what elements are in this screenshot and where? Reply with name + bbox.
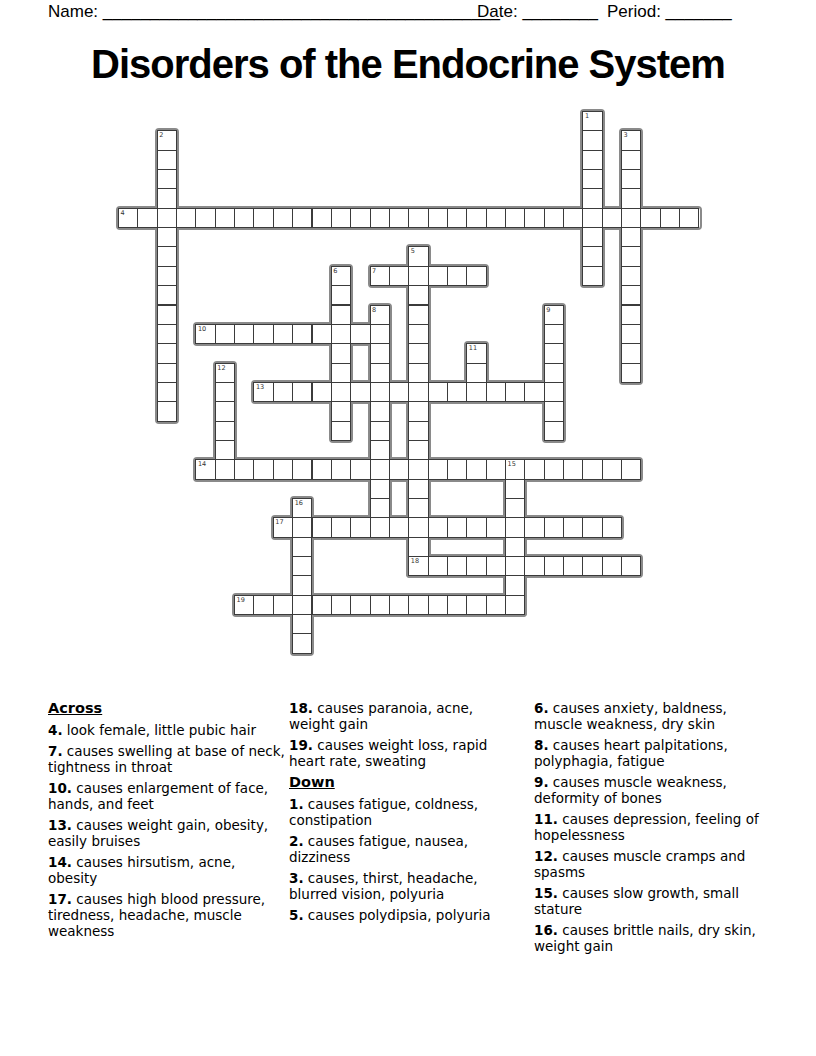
grid-cell-r11c15[interactable] [408,324,428,344]
clue-16: 16. causes brittle nails, dry skin, weig… [534,922,776,954]
clue-15: 15. causes slow growth, small stature [534,885,776,917]
grid-cell-r15c2[interactable] [157,401,177,421]
grid-cell-r12c2[interactable] [157,343,177,363]
grid-cell-r18c15[interactable] [408,459,428,479]
grid-cell-r22c15[interactable] [408,537,428,557]
grid-cell-r21c15[interactable] [408,517,428,537]
clue-number-label: 2. [289,833,304,849]
grid-cell-r6c24[interactable] [582,227,602,247]
grid-cell-r5c22[interactable] [544,208,564,228]
grid-cell-r11c9[interactable] [292,324,312,344]
grid-cell-r6c2[interactable] [157,227,177,247]
period-blank-line: _______ [666,2,732,21]
grid-cell-r4c2[interactable] [157,188,177,208]
grid-cell-r18c19[interactable] [486,459,506,479]
grid-cell-r23c25[interactable] [602,556,622,576]
grid-cell-r21c22[interactable] [544,517,564,537]
grid-cell-r23c21[interactable] [524,556,544,576]
grid-cell-r21c19[interactable] [486,517,506,537]
grid-cell-r14c15[interactable] [408,382,428,402]
clue-column-1: Across4. look female, little pubic hair7… [48,700,285,944]
clue-number: 12 [217,364,225,372]
date-field: Date: ________ [477,2,598,22]
clue-number: 3 [624,131,628,139]
grid-cell-r8c13[interactable]: 7 [370,266,390,286]
grid-cell-r16c5[interactable] [215,421,235,441]
grid-cell-r22c9[interactable] [292,537,312,557]
grid-cell-r5c10[interactable] [312,208,332,228]
grid-cell-r18c22[interactable] [544,459,564,479]
grid-cell-r5c6[interactable] [234,208,254,228]
grid-cell-r12c22[interactable] [544,343,564,363]
grid-cell-r13c11[interactable] [331,363,351,383]
grid-cell-r21c23[interactable] [563,517,583,537]
grid-cell-r8c14[interactable] [389,266,409,286]
grid-cell-r25c10[interactable] [312,595,332,615]
grid-cell-r8c15[interactable] [408,266,428,286]
grid-cell-r11c11[interactable] [331,324,351,344]
grid-cell-r9c11[interactable] [331,285,351,305]
clue-number-label: 19. [289,737,313,753]
grid-cell-r13c2[interactable] [157,363,177,383]
grid-cell-r5c9[interactable] [292,208,312,228]
grid-cell-r25c16[interactable] [428,595,448,615]
grid-cell-r5c23[interactable] [563,208,583,228]
grid-cell-r11c10[interactable] [312,324,332,344]
grid-cell-r14c9[interactable] [292,382,312,402]
grid-cell-r5c15[interactable] [408,208,428,228]
grid-cell-r18c20[interactable]: 15 [505,459,525,479]
grid-cell-r18c8[interactable] [273,459,293,479]
grid-cell-r6c26[interactable] [621,227,641,247]
grid-cell-r14c19[interactable] [486,382,506,402]
grid-cell-r3c26[interactable] [621,169,641,189]
grid-cell-r20c9[interactable]: 16 [292,498,312,518]
grid-cell-r11c2[interactable] [157,324,177,344]
grid-cell-r14c14[interactable] [389,382,409,402]
clue-number-label: 17. [48,891,72,907]
grid-cell-r10c15[interactable] [408,305,428,325]
clue-column-3: 6. causes anxiety, baldness, muscle weak… [534,700,776,959]
clue-7: 7. causes swelling at base of neck, tigh… [48,743,285,775]
grid-cell-r8c2[interactable] [157,266,177,286]
grid-cell-r1c2[interactable]: 2 [157,130,177,150]
grid-cell-r13c15[interactable] [408,363,428,383]
grid-cell-r18c26[interactable] [621,459,641,479]
grid-cell-r14c22[interactable] [544,382,564,402]
name-field: Name: __________________________________… [48,2,500,22]
clue-number: 9 [546,306,550,314]
grid-cell-r0c24[interactable]: 1 [582,111,602,131]
grid-cell-r18c6[interactable] [234,459,254,479]
grid-cell-r25c7[interactable] [253,595,273,615]
clue-12: 12. causes muscle cramps and spasms [534,848,776,880]
grid-cell-r23c17[interactable] [447,556,467,576]
grid-cell-r18c17[interactable] [447,459,467,479]
grid-cell-r18c7[interactable] [253,459,273,479]
clue-number: 15 [508,460,516,468]
grid-cell-r5c20[interactable] [505,208,525,228]
clue-number: 7 [372,267,376,275]
grid-cell-r18c14[interactable] [389,459,409,479]
grid-cell-r14c5[interactable] [215,382,235,402]
grid-cell-r23c26[interactable] [621,556,641,576]
clue-number-label: 18. [289,700,313,716]
grid-cell-r18c24[interactable] [582,459,602,479]
clue-17: 17. causes high blood pressure, tirednes… [48,891,285,939]
grid-cell-r14c12[interactable] [350,382,370,402]
grid-cell-r8c26[interactable] [621,266,641,286]
clue-18: 18. causes paranoia, acne, weight gain [289,700,522,732]
grid-cell-r1c24[interactable] [582,130,602,150]
grid-cell-r19c13[interactable] [370,479,390,499]
grid-cell-r21c8[interactable]: 17 [273,517,293,537]
grid-cell-r11c8[interactable] [273,324,293,344]
grid-cell-r14c8[interactable] [273,382,293,402]
grid-cell-r21c21[interactable] [524,517,544,537]
clue-number: 17 [275,518,283,526]
grid-cell-r5c27[interactable] [640,208,660,228]
grid-cell-r5c12[interactable] [350,208,370,228]
grid-cell-r12c15[interactable] [408,343,428,363]
clue-2: 2. causes fatigue, nausea, dizziness [289,833,522,865]
grid-cell-r21c18[interactable] [466,517,486,537]
grid-cell-r12c18[interactable]: 11 [466,343,486,363]
grid-cell-r5c13[interactable] [370,208,390,228]
clue-number-label: 16. [534,922,558,938]
grid-cell-r18c4[interactable]: 14 [195,459,215,479]
grid-cell-r25c12[interactable] [350,595,370,615]
grid-cell-r5c29[interactable] [679,208,699,228]
grid-cell-r14c21[interactable] [524,382,544,402]
grid-cell-r18c11[interactable] [331,459,351,479]
clue-number: 6 [333,267,337,275]
grid-cell-r8c11[interactable]: 6 [331,266,351,286]
grid-cell-r5c21[interactable] [524,208,544,228]
grid-cell-r18c25[interactable] [602,459,622,479]
grid-cell-r21c25[interactable] [602,517,622,537]
grid-cell-r22c20[interactable] [505,537,525,557]
clue-number: 16 [295,499,303,507]
grid-cell-r23c24[interactable] [582,556,602,576]
grid-cell-r25c11[interactable] [331,595,351,615]
name-label: Name: [48,2,98,21]
grid-cell-r21c10[interactable] [312,517,332,537]
grid-cell-r11c7[interactable] [253,324,273,344]
grid-cell-r18c16[interactable] [428,459,448,479]
grid-cell-r5c1[interactable] [137,208,157,228]
grid-cell-r8c24[interactable] [582,266,602,286]
grid-cell-r14c13[interactable] [370,382,390,402]
grid-cell-r5c14[interactable] [389,208,409,228]
clue-number: 19 [237,596,245,604]
grid-cell-r7c15[interactable]: 5 [408,246,428,266]
grid-cell-r16c11[interactable] [331,421,351,441]
grid-cell-r19c20[interactable] [505,479,525,499]
grid-cell-r12c26[interactable] [621,343,641,363]
clue-number-label: 13. [48,817,72,833]
grid-cell-r11c26[interactable] [621,324,641,344]
grid-cell-r18c9[interactable] [292,459,312,479]
grid-cell-r14c11[interactable] [331,382,351,402]
grid-cell-r15c22[interactable] [544,401,564,421]
grid-cell-r23c18[interactable] [466,556,486,576]
grid-cell-r14c7[interactable]: 13 [253,382,273,402]
grid-cell-r10c26[interactable] [621,305,641,325]
grid-cell-r4c26[interactable] [621,188,641,208]
grid-cell-r21c13[interactable] [370,517,390,537]
grid-cell-r8c18[interactable] [466,266,486,286]
grid-cell-r25c19[interactable] [486,595,506,615]
grid-cell-r10c11[interactable] [331,305,351,325]
grid-cell-r14c20[interactable] [505,382,525,402]
grid-cell-r14c17[interactable] [447,382,467,402]
grid-cell-r18c23[interactable] [563,459,583,479]
grid-cell-r5c2[interactable] [157,208,177,228]
grid-cell-r9c15[interactable] [408,285,428,305]
clue-number-label: 1. [289,796,304,812]
date-blank-line: ________ [522,2,598,21]
grid-cell-r12c11[interactable] [331,343,351,363]
clue-number: 13 [256,383,264,391]
grid-cell-r8c16[interactable] [428,266,448,286]
grid-cell-r24c9[interactable] [292,575,312,595]
grid-cell-r5c8[interactable] [273,208,293,228]
clue-number: 8 [372,306,376,314]
clue-number-label: 12. [534,848,558,864]
grid-cell-r5c7[interactable] [253,208,273,228]
grid-cell-r16c22[interactable] [544,421,564,441]
grid-cell-r18c13[interactable] [370,459,390,479]
grid-cell-r12c13[interactable] [370,343,390,363]
clue-number-label: 4. [48,722,63,738]
grid-cell-r18c10[interactable] [312,459,332,479]
clue-3: 3. causes, thirst, headache, blurred vis… [289,870,522,902]
grid-cell-r7c2[interactable] [157,246,177,266]
clue-number: 2 [159,131,163,139]
grid-cell-r23c19[interactable] [486,556,506,576]
clue-number: 1 [585,112,589,120]
grid-cell-r25c8[interactable] [273,595,293,615]
grid-cell-r21c12[interactable] [350,517,370,537]
grid-cell-r5c25[interactable] [602,208,622,228]
grid-cell-r5c28[interactable] [660,208,680,228]
grid-cell-r4c24[interactable] [582,188,602,208]
grid-cell-r25c15[interactable] [408,595,428,615]
grid-cell-r21c17[interactable] [447,517,467,537]
grid-cell-r17c15[interactable] [408,440,428,460]
date-label: Date: [477,2,518,21]
grid-cell-r14c10[interactable] [312,382,332,402]
clue-number-label: 15. [534,885,558,901]
period-label: Period: [607,2,661,21]
clue-number-label: 8. [534,737,549,753]
grid-cell-r13c13[interactable] [370,363,390,383]
grid-cell-r5c4[interactable] [195,208,215,228]
grid-cell-r15c5[interactable] [215,401,235,421]
grid-cell-r14c18[interactable] [466,382,486,402]
grid-cell-r5c3[interactable] [176,208,196,228]
grid-cell-r5c5[interactable] [215,208,235,228]
clue-number-label: 14. [48,854,72,870]
grid-cell-r13c26[interactable] [621,363,641,383]
grid-cell-r15c15[interactable] [408,401,428,421]
grid-cell-r25c13[interactable] [370,595,390,615]
clue-11: 11. causes depression, feeling of hopele… [534,811,776,843]
grid-cell-r3c24[interactable] [582,169,602,189]
grid-cell-r23c20[interactable] [505,556,525,576]
grid-cell-r16c13[interactable] [370,421,390,441]
grid-cell-r13c18[interactable] [466,363,486,383]
grid-cell-r5c16[interactable] [428,208,448,228]
clue-number-label: 10. [48,780,72,796]
grid-cell-r11c22[interactable] [544,324,564,344]
grid-cell-r7c26[interactable] [621,246,641,266]
grid-cell-r21c16[interactable] [428,517,448,537]
grid-cell-r14c16[interactable] [428,382,448,402]
grid-cell-r15c13[interactable] [370,401,390,421]
grid-cell-r21c11[interactable] [331,517,351,537]
clue-number-label: 9. [534,774,549,790]
grid-cell-r25c18[interactable] [466,595,486,615]
grid-cell-r20c15[interactable] [408,498,428,518]
clue-column-2: 18. causes paranoia, acne, weight gain19… [289,700,522,928]
grid-cell-r2c2[interactable] [157,150,177,170]
grid-cell-r21c14[interactable] [389,517,409,537]
clue-number-label: 3. [289,870,304,886]
grid-cell-r17c5[interactable] [215,440,235,460]
grid-cell-r14c2[interactable] [157,382,177,402]
grid-cell-r1c26[interactable]: 3 [621,130,641,150]
grid-cell-r9c26[interactable] [621,285,641,305]
grid-cell-r11c12[interactable] [350,324,370,344]
grid-cell-r23c23[interactable] [563,556,583,576]
grid-cell-r2c24[interactable] [582,150,602,170]
grid-cell-r16c15[interactable] [408,421,428,441]
grid-cell-r17c13[interactable] [370,440,390,460]
grid-cell-r19c15[interactable] [408,479,428,499]
grid-cell-r5c19[interactable] [486,208,506,228]
grid-cell-r18c12[interactable] [350,459,370,479]
grid-cell-r11c5[interactable] [215,324,235,344]
grid-cell-r20c20[interactable] [505,498,525,518]
grid-cell-r11c6[interactable] [234,324,254,344]
grid-cell-r21c20[interactable] [505,517,525,537]
grid-cell-r13c22[interactable] [544,363,564,383]
grid-cell-r10c22[interactable]: 9 [544,305,564,325]
grid-cell-r5c18[interactable] [466,208,486,228]
clue-number: 10 [198,325,206,333]
grid-cell-r11c13[interactable] [370,324,390,344]
grid-cell-r5c24[interactable] [582,208,602,228]
page-title: Disorders of the Endocrine System [0,42,816,87]
clue-4: 4. look female, little pubic hair [48,722,285,738]
grid-cell-r23c22[interactable] [544,556,564,576]
grid-cell-r7c24[interactable] [582,246,602,266]
clue-number: 5 [411,247,415,255]
grid-cell-r5c0[interactable]: 4 [118,208,138,228]
grid-cell-r25c17[interactable] [447,595,467,615]
clue-6: 6. causes anxiety, baldness, muscle weak… [534,700,776,732]
grid-cell-r18c5[interactable] [215,459,235,479]
clue-number: 11 [469,344,477,352]
grid-cell-r23c16[interactable] [428,556,448,576]
grid-cell-r9c2[interactable] [157,285,177,305]
period-field: Period: _______ [607,2,732,22]
grid-cell-r18c21[interactable] [524,459,544,479]
grid-cell-r3c2[interactable] [157,169,177,189]
clue-9: 9. causes muscle weakness, deformity of … [534,774,776,806]
grid-cell-r2c26[interactable] [621,150,641,170]
clue-section-header-across: Across [48,700,285,716]
grid-cell-r5c17[interactable] [447,208,467,228]
crossword-grid: 12345186789101112131415161719 [118,111,700,654]
clue-13: 13. causes weight gain, obesity, easily … [48,817,285,849]
grid-cell-r21c24[interactable] [582,517,602,537]
clue-section-header-down: Down [289,774,522,790]
clue-number: 18 [411,557,419,565]
clue-number: 4 [121,209,125,217]
grid-cell-r10c13[interactable]: 8 [370,305,390,325]
clue-8: 8. causes heart palpitations, polyphagia… [534,737,776,769]
grid-cell-r10c2[interactable] [157,305,177,325]
clue-19: 19. causes weight loss, rapid heart rate… [289,737,522,769]
grid-cell-r5c26[interactable] [621,208,641,228]
clue-number-label: 6. [534,700,549,716]
grid-cell-r13c5[interactable]: 12 [215,363,235,383]
grid-cell-r25c14[interactable] [389,595,409,615]
clue-number-label: 7. [48,743,63,759]
clue-number: 14 [198,460,206,468]
clue-1: 1. causes fatigue, coldness, constipatio… [289,796,522,828]
clue-10: 10. causes enlargement of face, hands, a… [48,780,285,812]
grid-cell-r18c18[interactable] [466,459,486,479]
clue-number-label: 5. [289,907,304,923]
grid-cell-r21c9[interactable] [292,517,312,537]
grid-cell-r25c6[interactable]: 19 [234,595,254,615]
grid-cell-r20c13[interactable] [370,498,390,518]
name-blank-line: ________________________________________… [103,2,500,21]
grid-cell-r5c11[interactable] [331,208,351,228]
grid-cell-r23c9[interactable] [292,556,312,576]
grid-cell-r24c20[interactable] [505,575,525,595]
grid-cell-r23c15[interactable]: 18 [408,556,428,576]
grid-cell-r15c11[interactable] [331,401,351,421]
grid-cell-r8c17[interactable] [447,266,467,286]
clue-5: 5. causes polydipsia, polyuria [289,907,522,923]
grid-cell-r27c9[interactable] [292,633,312,653]
grid-cell-r25c20[interactable] [505,595,525,615]
clue-14: 14. causes hirsutism, acne, obesity [48,854,285,886]
grid-cell-r26c9[interactable] [292,614,312,634]
grid-cell-r25c9[interactable] [292,595,312,615]
grid-cell-r11c4[interactable]: 10 [195,324,215,344]
clue-number-label: 11. [534,811,558,827]
